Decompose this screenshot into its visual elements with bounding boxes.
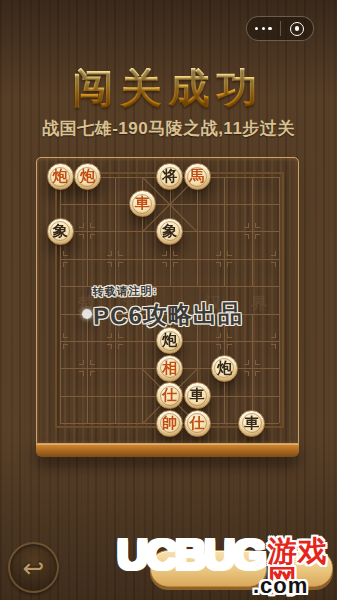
- star-point: [90, 371, 95, 376]
- star-point: [244, 234, 249, 239]
- star-point: [162, 262, 167, 267]
- piece-red-馬[interactable]: 馬: [184, 163, 211, 190]
- xiangqi-board: 楚 河汉 界炮炮将馬車象象炮相炮仕車帥仕車: [36, 157, 299, 444]
- star-point: [79, 234, 84, 239]
- star-point: [118, 344, 123, 349]
- piece-red-相[interactable]: 相: [156, 355, 183, 382]
- piece-char: 仕: [190, 416, 205, 431]
- piece-char: 将: [162, 169, 177, 184]
- star-point: [271, 262, 276, 267]
- wechat-capsule: [246, 16, 314, 41]
- star-point: [162, 251, 167, 256]
- star-point: [79, 360, 84, 365]
- xiangqi-board-frame: 楚 河汉 界炮炮将馬車象象炮相炮仕車帥仕車: [36, 157, 299, 457]
- piece-black-将[interactable]: 将: [156, 163, 183, 190]
- piece-char: 仕: [162, 388, 177, 403]
- star-point: [118, 262, 123, 267]
- piece-black-象[interactable]: 象: [47, 218, 74, 245]
- star-point: [244, 371, 249, 376]
- star-point: [216, 262, 221, 267]
- piece-red-帥[interactable]: 帥: [156, 410, 183, 437]
- app-screen: 闯关成功 战国七雄-190马陵之战,11步过关 楚 河汉 界炮炮将馬車象象炮相炮…: [0, 0, 337, 600]
- bottom-button-right[interactable]: [277, 550, 333, 587]
- star-point: [118, 333, 123, 338]
- exit-target-icon: [290, 22, 304, 36]
- piece-char: 炮: [217, 361, 232, 376]
- star-point: [118, 251, 123, 256]
- piece-black-車[interactable]: 車: [238, 410, 265, 437]
- piece-black-象[interactable]: 象: [156, 218, 183, 245]
- star-point: [227, 344, 232, 349]
- piece-char: 炮: [53, 169, 68, 184]
- star-point: [271, 344, 276, 349]
- piece-char: 帥: [162, 416, 177, 431]
- piece-red-車[interactable]: 車: [129, 190, 156, 217]
- star-point: [79, 223, 84, 228]
- star-point: [63, 251, 68, 256]
- star-point: [255, 234, 260, 239]
- page-title: 闯关成功: [0, 68, 337, 109]
- piece-char: 炮: [80, 169, 95, 184]
- star-point: [107, 333, 112, 338]
- star-point: [173, 262, 178, 267]
- star-point: [255, 223, 260, 228]
- piece-char: 象: [162, 224, 177, 239]
- piece-char: 象: [53, 224, 68, 239]
- piece-char: 車: [244, 416, 259, 431]
- star-point: [79, 371, 84, 376]
- star-point: [227, 333, 232, 338]
- bottom-button-left[interactable]: [150, 550, 267, 587]
- star-point: [63, 344, 68, 349]
- board-bevel: [36, 444, 299, 457]
- back-button[interactable]: ↩: [8, 542, 59, 593]
- move-hint-dot: [82, 309, 92, 319]
- star-point: [63, 262, 68, 267]
- piece-char: 馬: [190, 169, 205, 184]
- more-icon: [255, 27, 259, 31]
- piece-red-炮[interactable]: 炮: [74, 163, 101, 190]
- star-point: [227, 251, 232, 256]
- star-point: [244, 223, 249, 228]
- piece-red-炮[interactable]: 炮: [47, 163, 74, 190]
- star-point: [90, 360, 95, 365]
- level-subtitle: 战国七雄-190马陵之战,11步过关: [0, 117, 337, 140]
- river-label-right: 汉 界: [205, 292, 279, 315]
- exit-button[interactable]: [281, 17, 314, 40]
- star-point: [244, 360, 249, 365]
- star-point: [107, 262, 112, 267]
- piece-char: 車: [190, 388, 205, 403]
- return-arrow-icon: ↩: [23, 553, 45, 583]
- star-point: [173, 251, 178, 256]
- piece-char: 車: [135, 196, 150, 211]
- star-point: [107, 251, 112, 256]
- piece-char: 炮: [162, 333, 177, 348]
- star-point: [271, 251, 276, 256]
- star-point: [227, 262, 232, 267]
- star-point: [216, 251, 221, 256]
- piece-black-車[interactable]: 車: [184, 382, 211, 409]
- star-point: [271, 333, 276, 338]
- star-point: [90, 223, 95, 228]
- piece-char: 相: [162, 361, 177, 376]
- star-point: [107, 344, 112, 349]
- more-button[interactable]: [247, 17, 280, 40]
- star-point: [63, 333, 68, 338]
- piece-red-仕[interactable]: 仕: [184, 410, 211, 437]
- star-point: [255, 360, 260, 365]
- star-point: [90, 234, 95, 239]
- star-point: [255, 371, 260, 376]
- star-point: [216, 344, 221, 349]
- star-point: [216, 333, 221, 338]
- piece-black-炮[interactable]: 炮: [211, 355, 238, 382]
